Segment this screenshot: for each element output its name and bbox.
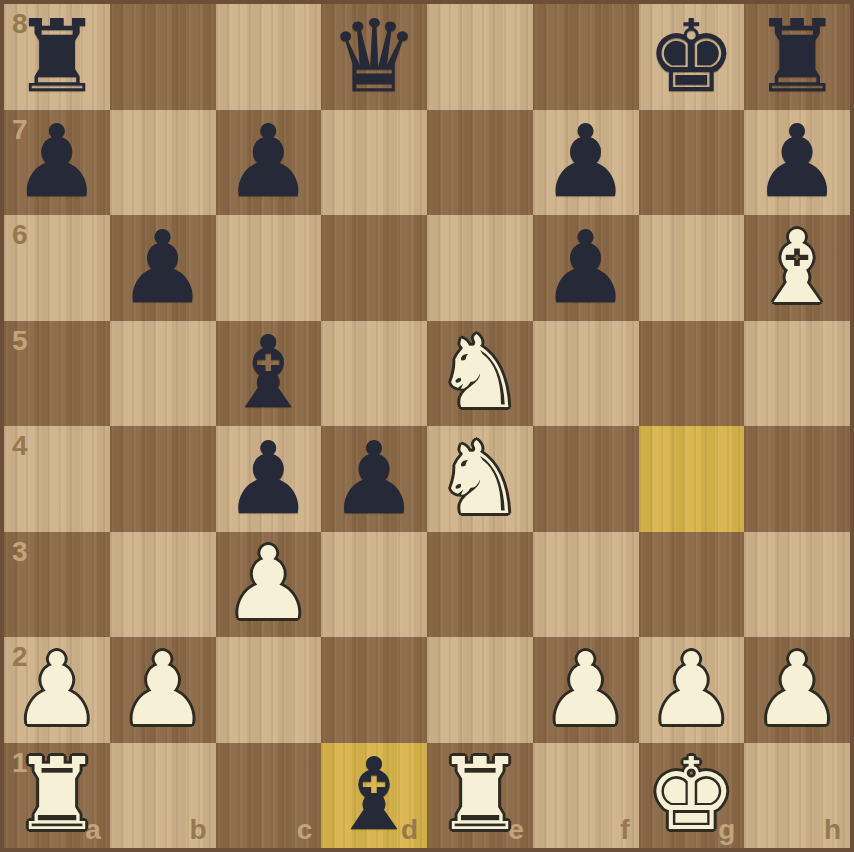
square-e1[interactable]: e♜	[427, 743, 533, 849]
square-a3[interactable]: 3	[4, 532, 110, 638]
file-label-c: c	[297, 814, 313, 846]
square-c4[interactable]: ♟	[216, 426, 322, 532]
rank-label-3: 3	[12, 536, 28, 568]
piece-black-pawn-c4[interactable]: ♟	[224, 427, 314, 531]
piece-white-rook-e1[interactable]: ♜	[435, 743, 525, 847]
piece-white-king-g1[interactable]: ♚	[647, 743, 737, 847]
square-d8[interactable]: ♛	[321, 4, 427, 110]
piece-white-knight-e5[interactable]: ♞	[435, 321, 525, 425]
square-h5[interactable]	[744, 321, 850, 427]
square-d3[interactable]	[321, 532, 427, 638]
square-e3[interactable]	[427, 532, 533, 638]
square-f2[interactable]: ♟	[533, 637, 639, 743]
square-g1[interactable]: g♚	[639, 743, 745, 849]
piece-black-pawn-h7[interactable]: ♟	[752, 110, 842, 214]
piece-black-king-g8[interactable]: ♚	[647, 5, 737, 109]
square-f4[interactable]	[533, 426, 639, 532]
square-c3[interactable]: ♟	[216, 532, 322, 638]
square-g6[interactable]	[639, 215, 745, 321]
square-d5[interactable]	[321, 321, 427, 427]
square-d2[interactable]	[321, 637, 427, 743]
square-d4[interactable]: ♟	[321, 426, 427, 532]
piece-black-pawn-b6[interactable]: ♟	[118, 216, 208, 320]
piece-white-knight-e4[interactable]: ♞	[435, 427, 525, 531]
piece-white-rook-a1[interactable]: ♜	[12, 743, 102, 847]
square-h2[interactable]: ♟	[744, 637, 850, 743]
square-a7[interactable]: 7♟	[4, 110, 110, 216]
square-e8[interactable]	[427, 4, 533, 110]
square-g5[interactable]	[639, 321, 745, 427]
square-b7[interactable]	[110, 110, 216, 216]
piece-black-rook-a8[interactable]: ♜	[12, 5, 102, 109]
piece-black-pawn-c7[interactable]: ♟	[224, 110, 314, 214]
square-c8[interactable]	[216, 4, 322, 110]
square-d7[interactable]	[321, 110, 427, 216]
square-b4[interactable]	[110, 426, 216, 532]
rank-label-4: 4	[12, 430, 28, 462]
square-c5[interactable]: ♝	[216, 321, 322, 427]
square-a1[interactable]: 1a♜	[4, 743, 110, 849]
piece-black-pawn-a7[interactable]: ♟	[12, 110, 102, 214]
piece-black-pawn-d4[interactable]: ♟	[329, 427, 419, 531]
square-c2[interactable]	[216, 637, 322, 743]
square-h7[interactable]: ♟	[744, 110, 850, 216]
square-g4[interactable]	[639, 426, 745, 532]
square-a2[interactable]: 2♟	[4, 637, 110, 743]
square-b6[interactable]: ♟	[110, 215, 216, 321]
piece-white-pawn-h2[interactable]: ♟	[752, 638, 842, 742]
piece-black-bishop-c5[interactable]: ♝	[224, 321, 314, 425]
square-f7[interactable]: ♟	[533, 110, 639, 216]
square-b2[interactable]: ♟	[110, 637, 216, 743]
square-f6[interactable]: ♟	[533, 215, 639, 321]
piece-black-pawn-f6[interactable]: ♟	[541, 216, 631, 320]
square-e7[interactable]	[427, 110, 533, 216]
square-g8[interactable]: ♚	[639, 4, 745, 110]
square-a8[interactable]: 8♜	[4, 4, 110, 110]
piece-white-pawn-f2[interactable]: ♟	[541, 638, 631, 742]
square-f1[interactable]: f	[533, 743, 639, 849]
square-b5[interactable]	[110, 321, 216, 427]
square-f8[interactable]	[533, 4, 639, 110]
square-g2[interactable]: ♟	[639, 637, 745, 743]
square-e5[interactable]: ♞	[427, 321, 533, 427]
square-c6[interactable]	[216, 215, 322, 321]
square-d6[interactable]	[321, 215, 427, 321]
square-g3[interactable]	[639, 532, 745, 638]
chess-board: 8♜♛♚♜7♟♟♟♟6♟♟♝5♝♞4♟♟♞3♟2♟♟♟♟♟1a♜bcd♝e♜fg…	[0, 0, 854, 852]
square-a4[interactable]: 4	[4, 426, 110, 532]
rank-label-6: 6	[12, 219, 28, 251]
piece-black-pawn-f7[interactable]: ♟	[541, 110, 631, 214]
square-e2[interactable]	[427, 637, 533, 743]
square-d1[interactable]: d♝	[321, 743, 427, 849]
square-h6[interactable]: ♝	[744, 215, 850, 321]
square-a5[interactable]: 5	[4, 321, 110, 427]
rank-label-5: 5	[12, 325, 28, 357]
square-h8[interactable]: ♜	[744, 4, 850, 110]
piece-black-rook-h8[interactable]: ♜	[752, 5, 842, 109]
piece-black-bishop-d1[interactable]: ♝	[329, 743, 419, 847]
square-e6[interactable]	[427, 215, 533, 321]
piece-white-bishop-h6[interactable]: ♝	[752, 216, 842, 320]
piece-white-pawn-a2[interactable]: ♟	[12, 638, 102, 742]
file-label-b: b	[189, 814, 206, 846]
square-e4[interactable]: ♞	[427, 426, 533, 532]
square-b1[interactable]: b	[110, 743, 216, 849]
square-b3[interactable]	[110, 532, 216, 638]
square-a6[interactable]: 6	[4, 215, 110, 321]
square-c7[interactable]: ♟	[216, 110, 322, 216]
file-label-h: h	[824, 814, 841, 846]
square-b8[interactable]	[110, 4, 216, 110]
piece-white-pawn-b2[interactable]: ♟	[118, 638, 208, 742]
square-f3[interactable]	[533, 532, 639, 638]
file-label-f: f	[620, 814, 629, 846]
piece-black-queen-d8[interactable]: ♛	[329, 5, 419, 109]
square-g7[interactable]	[639, 110, 745, 216]
square-h1[interactable]: h	[744, 743, 850, 849]
piece-white-pawn-g2[interactable]: ♟	[647, 638, 737, 742]
square-h4[interactable]	[744, 426, 850, 532]
piece-white-pawn-c3[interactable]: ♟	[224, 532, 314, 636]
square-h3[interactable]	[744, 532, 850, 638]
square-f5[interactable]	[533, 321, 639, 427]
square-c1[interactable]: c	[216, 743, 322, 849]
